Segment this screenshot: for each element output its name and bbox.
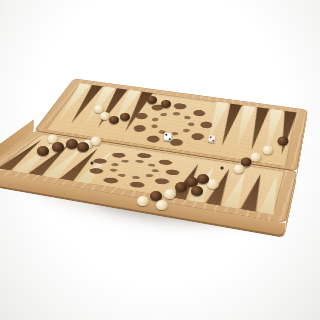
point-near-11[interactable]: [240, 173, 267, 212]
product-photo-backgammon: [0, 0, 320, 320]
point-near-5[interactable]: [60, 147, 104, 181]
backgammon-board: [0, 78, 308, 252]
point-near-8[interactable]: [188, 165, 220, 202]
point-near-9[interactable]: [205, 168, 236, 206]
board-side-face: [296, 110, 308, 181]
point-near-10[interactable]: [223, 170, 252, 209]
point-near-2[interactable]: [13, 141, 62, 173]
point-near-4[interactable]: [44, 145, 90, 178]
point-near-6[interactable]: [75, 150, 118, 184]
point-near-7[interactable]: [171, 163, 205, 200]
wreath-medallion-near: [76, 147, 188, 193]
scene: [0, 0, 320, 320]
point-group: [201, 102, 297, 156]
point-near-3[interactable]: [28, 143, 75, 176]
point-near-12[interactable]: [258, 175, 283, 215]
